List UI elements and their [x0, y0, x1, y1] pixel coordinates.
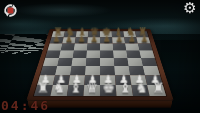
piece-black-pawn[interactable]: ♟	[140, 35, 148, 44]
piece-white-knight[interactable]: ♞	[53, 81, 65, 95]
piece-black-pawn[interactable]: ♟	[52, 35, 60, 44]
piece-black-pawn[interactable]: ♟	[102, 35, 110, 44]
restart-button[interactable]	[2, 2, 18, 18]
square-f1[interactable]: ♝	[116, 85, 133, 96]
restart-icon	[3, 3, 18, 18]
square-b5[interactable]	[59, 50, 74, 58]
square-f4[interactable]	[114, 58, 129, 66]
square-f6[interactable]	[113, 44, 127, 51]
square-d6[interactable]	[87, 44, 100, 51]
piece-white-queen[interactable]: ♛	[86, 81, 98, 95]
piece-white-rook[interactable]: ♜	[36, 81, 48, 95]
square-c4[interactable]	[71, 58, 86, 66]
piece-white-rook[interactable]: ♜	[151, 81, 163, 95]
piece-black-pawn[interactable]: ♟	[65, 35, 73, 44]
piece-white-knight[interactable]: ♞	[135, 81, 147, 95]
square-e1[interactable]: ♚	[100, 85, 117, 96]
square-g4[interactable]	[127, 58, 143, 66]
chess-board[interactable]: ♜♞♝♛♚♝♞♜♟♟♟♟♟♟♟♟♟♟♟♟♟♟♟♟♜♞♝♛♚♝♞♜	[26, 29, 173, 100]
square-g1[interactable]: ♞	[131, 85, 149, 96]
piece-black-pawn[interactable]: ♟	[90, 35, 98, 44]
game-scene: ♜♞♝♛♚♝♞♜♟♟♟♟♟♟♟♟♟♟♟♟♟♟♟♟♜♞♝♛♚♝♞♜ ⚙ 04:46	[0, 0, 200, 113]
piece-white-bishop[interactable]: ♝	[69, 81, 81, 95]
square-d7[interactable]: ♟	[87, 37, 100, 43]
square-e6[interactable]	[100, 44, 113, 51]
piece-black-pawn[interactable]: ♟	[115, 35, 123, 44]
square-a5[interactable]	[45, 50, 60, 58]
square-h4[interactable]	[141, 58, 157, 66]
game-clock: 04:46	[1, 98, 50, 113]
square-h5[interactable]	[139, 50, 154, 58]
square-e4[interactable]	[100, 58, 114, 66]
square-b4[interactable]	[57, 58, 73, 66]
piece-black-pawn[interactable]: ♟	[77, 35, 85, 44]
board-squares: ♜♞♝♛♚♝♞♜♟♟♟♟♟♟♟♟♟♟♟♟♟♟♟♟♜♞♝♛♚♝♞♜	[34, 31, 166, 96]
square-g5[interactable]	[126, 50, 141, 58]
piece-white-bishop[interactable]: ♝	[119, 81, 131, 95]
square-d4[interactable]	[86, 58, 100, 66]
square-h6[interactable]	[138, 44, 153, 51]
square-h1[interactable]: ♜	[147, 85, 166, 96]
square-d5[interactable]	[86, 50, 100, 58]
square-c6[interactable]	[74, 44, 88, 51]
piece-white-king[interactable]: ♚	[102, 81, 114, 95]
square-f5[interactable]	[113, 50, 127, 58]
gear-icon: ⚙	[183, 0, 196, 16]
square-b6[interactable]	[61, 44, 75, 51]
square-e5[interactable]	[100, 50, 114, 58]
square-c5[interactable]	[73, 50, 87, 58]
square-d1[interactable]: ♛	[83, 85, 100, 96]
square-c1[interactable]: ♝	[67, 85, 84, 96]
settings-button[interactable]: ⚙	[182, 0, 198, 16]
piece-black-pawn[interactable]: ♟	[128, 35, 136, 44]
square-b1[interactable]: ♞	[50, 85, 68, 96]
